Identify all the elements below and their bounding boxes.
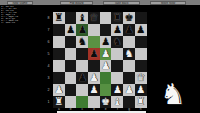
white-knight-logo: ♞ <box>153 78 193 110</box>
square-a8[interactable]: ♜ <box>53 12 65 24</box>
black-pawn-d5: ♟ <box>88 48 100 60</box>
square-a2[interactable]: ♟ <box>53 84 65 96</box>
square-b6[interactable] <box>65 36 77 48</box>
square-a1[interactable]: ♜ <box>53 96 65 108</box>
black-queen-d8: ♛ <box>88 12 100 24</box>
black-rook-a8: ♜ <box>53 12 65 24</box>
square-a7[interactable] <box>53 24 65 36</box>
chess-app-window: New Game Flip Board Take Back Move Now 1… <box>0 0 200 113</box>
square-f6[interactable]: ♞ <box>111 36 123 48</box>
white-queen-h3: ♛ <box>135 72 147 84</box>
square-b5[interactable] <box>65 48 77 60</box>
square-d7[interactable] <box>88 24 100 36</box>
white-rook-h1: ♜ <box>135 96 147 108</box>
rank-label-5: 5 <box>45 48 52 60</box>
square-c8[interactable]: ♝ <box>76 12 88 24</box>
square-g2[interactable]: ♟ <box>123 84 135 96</box>
square-c6[interactable]: ♞ <box>76 36 88 48</box>
chess-board: ♜♝♛♜♚♟♟♟♟♟♞♟♞♟♟♞♟♟♟♛♟♟♟♟♟♜♚♝♜ <box>53 12 147 108</box>
move-list[interactable]: 1. d2-d31... d7-d52. e2-e42... e7-e63. N… <box>1 6 27 24</box>
black-pawn-c3: ♟ <box>76 72 88 84</box>
black-pawn-e6: ♟ <box>100 36 112 48</box>
white-pawn-d2: ♟ <box>88 84 100 96</box>
white-knight-g5: ♞ <box>123 48 135 60</box>
rank-label-4: 4 <box>45 60 52 72</box>
white-pawn-a2: ♟ <box>53 84 65 96</box>
square-f3[interactable] <box>111 72 123 84</box>
white-pawn-e4: ♟ <box>100 60 112 72</box>
square-e1[interactable]: ♚ <box>100 96 112 108</box>
square-b7[interactable]: ♟ <box>65 24 77 36</box>
square-f8[interactable]: ♜ <box>111 12 123 24</box>
white-pawn-g2: ♟ <box>123 84 135 96</box>
square-g6[interactable] <box>123 36 135 48</box>
black-king-g8: ♚ <box>123 12 135 24</box>
square-a3[interactable] <box>53 72 65 84</box>
square-c5[interactable] <box>76 48 88 60</box>
new-game-button[interactable]: New Game <box>7 1 33 6</box>
white-pawn-h2: ♟ <box>135 84 147 96</box>
square-f7[interactable]: ♟ <box>111 24 123 36</box>
square-d1[interactable] <box>88 96 100 108</box>
square-e8[interactable] <box>100 12 112 24</box>
square-b2[interactable] <box>65 84 77 96</box>
square-g7[interactable]: ♟ <box>123 24 135 36</box>
square-h8[interactable] <box>135 12 147 24</box>
black-knight-f6: ♞ <box>111 36 123 48</box>
square-f5[interactable] <box>111 48 123 60</box>
move-list-line-9: 5. Qd1-h3 <box>1 22 27 24</box>
square-h2[interactable]: ♟ <box>135 84 147 96</box>
square-h4[interactable] <box>135 60 147 72</box>
rank-label-6: 6 <box>45 36 52 48</box>
square-b1[interactable] <box>65 96 77 108</box>
square-e3[interactable] <box>100 72 112 84</box>
square-h6[interactable] <box>135 36 147 48</box>
black-pawn-b7: ♟ <box>65 24 77 36</box>
square-d6[interactable] <box>88 36 100 48</box>
white-pawn-e5: ♟ <box>100 48 112 60</box>
square-d4[interactable] <box>88 60 100 72</box>
black-pawn-f7: ♟ <box>111 24 123 36</box>
square-d8[interactable]: ♛ <box>88 12 100 24</box>
toolbar: New Game Flip Board Take Back Move Now <box>0 0 200 6</box>
square-h7[interactable]: ♟ <box>135 24 147 36</box>
square-b4[interactable] <box>65 60 77 72</box>
square-c2[interactable] <box>76 84 88 96</box>
square-a6[interactable] <box>53 36 65 48</box>
square-a4[interactable] <box>53 60 65 72</box>
square-e4[interactable]: ♟ <box>100 60 112 72</box>
square-g1[interactable] <box>123 96 135 108</box>
move-now-button[interactable]: Move Now <box>150 1 186 6</box>
black-rook-f8: ♜ <box>111 12 123 24</box>
rank-label-7: 7 <box>45 24 52 36</box>
square-f4[interactable] <box>111 60 123 72</box>
square-h5[interactable] <box>135 48 147 60</box>
square-g3[interactable] <box>123 72 135 84</box>
square-a5[interactable] <box>53 48 65 60</box>
white-pawn-d3: ♟ <box>88 72 100 84</box>
square-e6[interactable]: ♟ <box>100 36 112 48</box>
square-b8[interactable] <box>65 12 77 24</box>
square-h3[interactable]: ♛ <box>135 72 147 84</box>
square-g4[interactable] <box>123 60 135 72</box>
square-c4[interactable] <box>76 60 88 72</box>
square-g8[interactable]: ♚ <box>123 12 135 24</box>
black-pawn-h7: ♟ <box>135 24 147 36</box>
black-knight-c6: ♞ <box>76 36 88 48</box>
black-pawn-g7: ♟ <box>123 24 135 36</box>
square-c7[interactable]: ♟ <box>76 24 88 36</box>
square-d5[interactable]: ♟ <box>88 48 100 60</box>
square-b3[interactable] <box>65 72 77 84</box>
rank-label-2: 2 <box>45 84 52 96</box>
square-f2[interactable]: ♟ <box>111 84 123 96</box>
square-e7[interactable] <box>100 24 112 36</box>
white-pawn-f2: ♟ <box>111 84 123 96</box>
square-g5[interactable]: ♞ <box>123 48 135 60</box>
square-c1[interactable] <box>76 96 88 108</box>
rank-label-3: 3 <box>45 72 52 84</box>
rank-label-1: 1 <box>45 96 52 108</box>
bottom-scroll-bar <box>57 111 146 113</box>
square-d2[interactable]: ♟ <box>88 84 100 96</box>
white-king-e1: ♚ <box>100 96 112 108</box>
rank-coordinates: 87654321 <box>45 12 52 108</box>
take-back-button[interactable]: Take Back <box>103 1 140 6</box>
flip-board-button[interactable]: Flip Board <box>60 1 93 6</box>
square-d3[interactable]: ♟ <box>88 72 100 84</box>
white-bishop-f1: ♝ <box>111 96 123 108</box>
rank-label-8: 8 <box>45 12 52 24</box>
black-bishop-c8: ♝ <box>76 12 88 24</box>
square-e5[interactable]: ♟ <box>100 48 112 60</box>
square-h1[interactable]: ♜ <box>135 96 147 108</box>
black-pawn-c7: ♟ <box>76 24 88 36</box>
square-f1[interactable]: ♝ <box>111 96 123 108</box>
white-rook-a1: ♜ <box>53 96 65 108</box>
square-e2[interactable] <box>100 84 112 96</box>
square-c3[interactable]: ♟ <box>76 72 88 84</box>
